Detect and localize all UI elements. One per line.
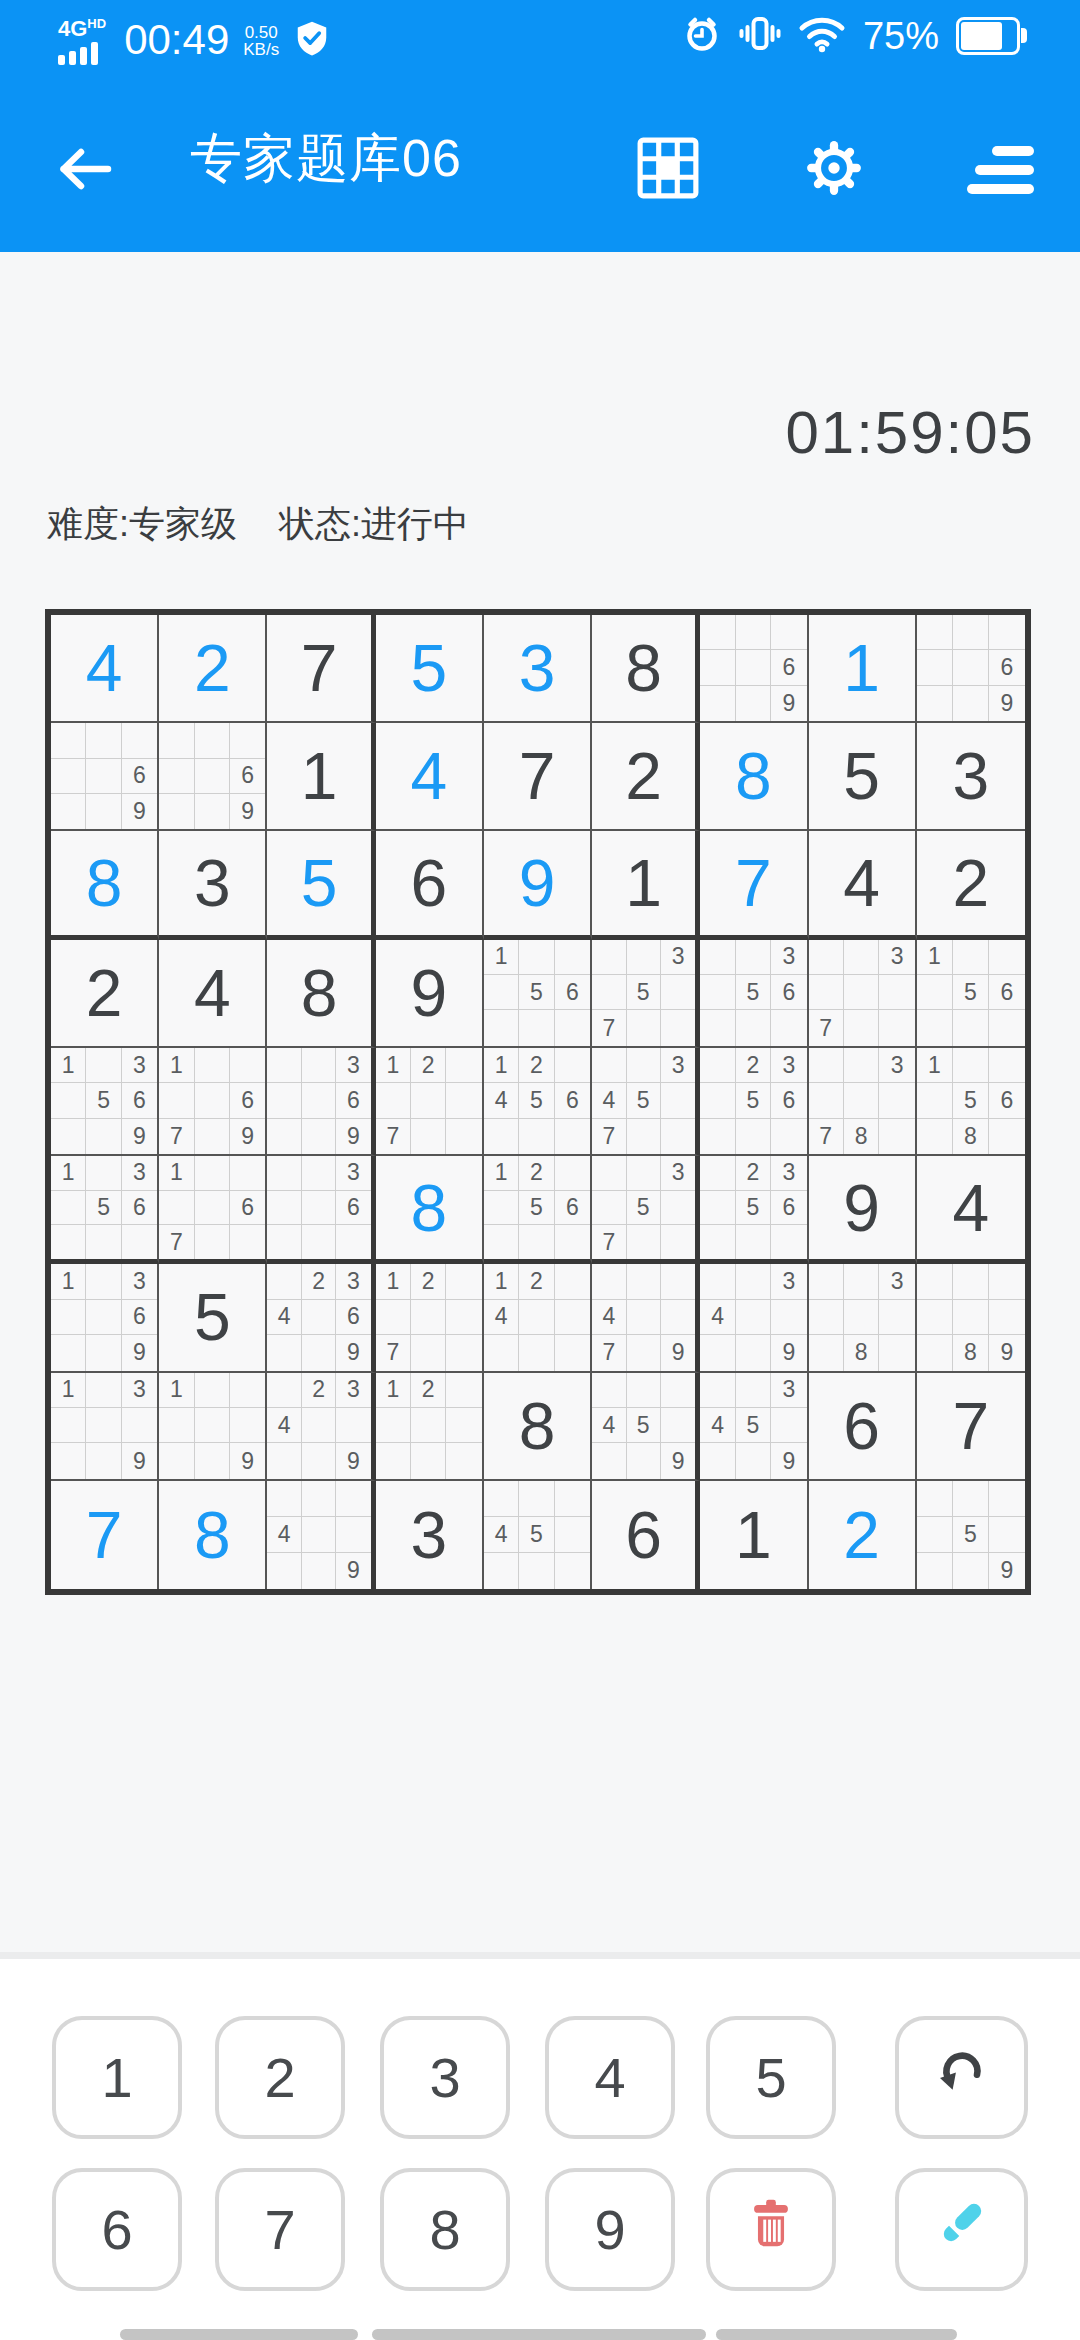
pencil-notes: 69 <box>51 723 157 829</box>
note-1 <box>592 1048 626 1083</box>
cell-r3c5[interactable]: 9 <box>484 831 592 939</box>
cell-r3c9[interactable]: 2 <box>917 831 1025 939</box>
cell-r6c3[interactable]: 36 <box>267 1156 375 1264</box>
cell-r8c8[interactable]: 6 <box>809 1373 917 1481</box>
key-5[interactable]: 5 <box>706 2016 836 2139</box>
pencil-notes: 2356 <box>700 1156 806 1259</box>
note-2 <box>195 1048 230 1083</box>
user-digit: 4 <box>410 738 447 814</box>
cell-r4c4[interactable]: 9 <box>376 940 484 1048</box>
cell-r5c9[interactable]: 1568 <box>917 1048 1025 1156</box>
note-8 <box>411 1335 446 1370</box>
cell-r9c5[interactable]: 45 <box>484 1481 592 1589</box>
cell-r4c3[interactable]: 8 <box>267 940 375 1048</box>
key-1[interactable]: 1 <box>52 2016 182 2139</box>
nav-bar-right[interactable] <box>716 2329 957 2340</box>
note-9: 9 <box>230 1119 265 1154</box>
note-8 <box>302 1119 336 1154</box>
pencil-notes: 349 <box>700 1264 806 1370</box>
cell-r7c7[interactable]: 349 <box>700 1264 808 1372</box>
note-6 <box>661 1300 695 1335</box>
cell-r6c1[interactable]: 1356 <box>51 1156 159 1264</box>
note-7 <box>267 1335 301 1370</box>
cell-r4c9[interactable]: 156 <box>917 940 1025 1048</box>
cell-r9c6[interactable]: 6 <box>592 1481 700 1589</box>
cell-r5c8[interactable]: 378 <box>809 1048 917 1156</box>
note-1 <box>809 1048 844 1083</box>
cell-r8c7[interactable]: 3459 <box>700 1373 808 1481</box>
note-4 <box>917 975 953 1010</box>
note-3 <box>661 1373 695 1408</box>
network-type-label: 4G <box>58 16 87 41</box>
cell-r2c5[interactable]: 7 <box>484 723 592 831</box>
note-1 <box>700 615 735 650</box>
given-digit: 2 <box>625 738 662 814</box>
note-2 <box>953 1481 989 1517</box>
cellular-signal-icon: 4GHD <box>58 14 106 65</box>
nav-bar-left[interactable] <box>120 2329 358 2340</box>
cell-r6c2[interactable]: 167 <box>159 1156 267 1264</box>
given-digit: 3 <box>194 845 231 921</box>
cell-r7c8[interactable]: 38 <box>809 1264 917 1372</box>
note-2 <box>844 1048 879 1083</box>
cell-r4c2[interactable]: 4 <box>159 940 267 1048</box>
user-digit: 1 <box>843 630 880 706</box>
note-8 <box>627 1225 661 1259</box>
note-8 <box>627 1010 661 1045</box>
note-8 <box>86 1443 121 1478</box>
cell-r8c1[interactable]: 139 <box>51 1373 159 1481</box>
note-9 <box>230 1225 265 1259</box>
note-2 <box>302 1481 336 1517</box>
given-digit: 9 <box>410 955 447 1031</box>
note-9 <box>989 1010 1025 1045</box>
battery-icon <box>956 17 1020 55</box>
cell-r4c6[interactable]: 357 <box>592 940 700 1048</box>
note-9 <box>446 1443 481 1478</box>
cell-r6c4[interactable]: 8 <box>376 1156 484 1264</box>
note-3 <box>336 1481 370 1517</box>
note-5 <box>953 650 989 685</box>
cell-r5c2[interactable]: 1679 <box>159 1048 267 1156</box>
cell-r5c6[interactable]: 3457 <box>592 1048 700 1156</box>
cell-r2c1[interactable]: 69 <box>51 723 159 831</box>
note-6 <box>661 1191 695 1225</box>
note-4 <box>376 1408 411 1443</box>
note-8 <box>519 1335 554 1370</box>
cell-r3c2[interactable]: 3 <box>159 831 267 939</box>
cell-r1c8[interactable]: 1 <box>809 615 917 723</box>
note-2 <box>627 1048 661 1083</box>
note-8 <box>86 1335 121 1370</box>
nav-bar-center[interactable] <box>372 2329 706 2340</box>
user-digit: 7 <box>86 1497 123 1573</box>
cell-r2c6[interactable]: 2 <box>592 723 700 831</box>
note-3 <box>122 723 157 758</box>
given-digit: 5 <box>843 738 880 814</box>
cell-r3c4[interactable]: 6 <box>376 831 484 939</box>
page-title: 专家题库06 <box>190 124 462 194</box>
note-3 <box>771 615 806 650</box>
user-digit: 2 <box>843 1497 880 1573</box>
note-8 <box>953 686 989 721</box>
note-6 <box>555 1517 590 1553</box>
cell-r9c2[interactable]: 8 <box>159 1481 267 1589</box>
note-2 <box>953 615 989 650</box>
cell-r1c4[interactable]: 5 <box>376 615 484 723</box>
note-5 <box>302 1300 336 1335</box>
note-5 <box>519 1300 554 1335</box>
given-digit: 5 <box>194 1279 231 1355</box>
given-digit: 7 <box>519 738 556 814</box>
note-6: 6 <box>989 1083 1025 1118</box>
cell-r8c3[interactable]: 2349 <box>267 1373 375 1481</box>
cell-r3c1[interactable]: 8 <box>51 831 159 939</box>
note-6: 6 <box>771 650 806 685</box>
note-5: 5 <box>736 1191 771 1225</box>
cell-r3c7[interactable]: 7 <box>700 831 808 939</box>
note-9: 9 <box>989 686 1025 721</box>
note-4 <box>700 650 735 685</box>
note-2 <box>627 1156 661 1190</box>
cell-r5c3[interactable]: 369 <box>267 1048 375 1156</box>
cell-r7c9[interactable]: 89 <box>917 1264 1025 1372</box>
note-7 <box>917 1119 953 1154</box>
key-8[interactable]: 8 <box>380 2168 510 2291</box>
note-8 <box>519 1119 554 1154</box>
cell-r1c3[interactable]: 7 <box>267 615 375 723</box>
note-5 <box>411 1083 446 1118</box>
given-digit: 1 <box>735 1497 772 1573</box>
keypad-divider <box>0 1952 1080 1959</box>
cell-r7c1[interactable]: 1369 <box>51 1264 159 1372</box>
pencil-notes: 89 <box>917 1264 1025 1370</box>
difficulty-label: 难度:专家级 <box>47 503 237 544</box>
given-digit: 1 <box>625 845 662 921</box>
note-5: 5 <box>627 1083 661 1118</box>
key-3[interactable]: 3 <box>380 2016 510 2139</box>
note-6: 6 <box>230 759 265 794</box>
note-7 <box>51 1225 86 1259</box>
key-2[interactable]: 2 <box>215 2016 345 2139</box>
user-digit: 8 <box>194 1497 231 1573</box>
status-bar: 4GHD 00:49 0.50KB/s <box>0 0 1080 88</box>
cell-r2c8[interactable]: 5 <box>809 723 917 831</box>
note-2: 2 <box>411 1264 446 1299</box>
cell-r3c3[interactable]: 5 <box>267 831 375 939</box>
cell-r6c9[interactable]: 4 <box>917 1156 1025 1264</box>
note-9: 9 <box>989 1553 1025 1589</box>
cell-r9c9[interactable]: 59 <box>917 1481 1025 1589</box>
note-1: 1 <box>159 1048 194 1083</box>
note-3: 3 <box>879 940 914 975</box>
cell-r6c8[interactable]: 9 <box>809 1156 917 1264</box>
pencil-notes: 479 <box>592 1264 695 1370</box>
cell-r4c5[interactable]: 156 <box>484 940 592 1048</box>
note-1 <box>267 1481 301 1517</box>
delete-button[interactable] <box>706 2168 836 2291</box>
battery-percent-label: 75% <box>863 15 939 58</box>
note-5: 5 <box>736 1083 771 1118</box>
note-1 <box>592 1156 626 1190</box>
note-2 <box>627 1373 661 1408</box>
pencil-notes: 357 <box>592 940 695 1046</box>
note-5 <box>627 1300 661 1335</box>
note-1: 1 <box>917 940 953 975</box>
note-3: 3 <box>879 1048 914 1083</box>
cell-r5c7[interactable]: 2356 <box>700 1048 808 1156</box>
note-6: 6 <box>555 975 590 1010</box>
note-4 <box>809 975 844 1010</box>
cell-r8c4[interactable]: 12 <box>376 1373 484 1481</box>
note-2: 2 <box>736 1048 771 1083</box>
note-4 <box>159 1191 194 1225</box>
note-8: 8 <box>953 1335 989 1370</box>
note-6: 6 <box>230 1083 265 1118</box>
note-1 <box>267 1156 301 1190</box>
cell-r7c4[interactable]: 127 <box>376 1264 484 1372</box>
note-9 <box>879 1010 914 1045</box>
given-digit: 2 <box>86 955 123 1031</box>
note-6 <box>661 1408 695 1443</box>
cell-r1c7[interactable]: 69 <box>700 615 808 723</box>
cell-r6c5[interactable]: 1256 <box>484 1156 592 1264</box>
cell-r6c6[interactable]: 357 <box>592 1156 700 1264</box>
note-5: 5 <box>627 975 661 1010</box>
pencil-notes: 59 <box>917 1481 1025 1589</box>
pencil-notes: 357 <box>592 1156 695 1259</box>
key-6[interactable]: 6 <box>52 2168 182 2291</box>
cell-r2c2[interactable]: 69 <box>159 723 267 831</box>
sudoku-board: 4275386916969691472853835691742248915635… <box>45 609 1031 1595</box>
given-digit: 4 <box>953 1170 990 1246</box>
cell-r2c7[interactable]: 8 <box>700 723 808 831</box>
note-6 <box>879 975 914 1010</box>
note-9: 9 <box>230 1443 265 1478</box>
note-4 <box>809 1300 844 1335</box>
note-1: 1 <box>484 940 519 975</box>
note-6 <box>122 1408 157 1443</box>
note-1 <box>51 723 86 758</box>
note-8 <box>195 1225 230 1259</box>
note-3: 3 <box>771 1048 806 1083</box>
user-digit: 5 <box>301 845 338 921</box>
cell-r1c2[interactable]: 2 <box>159 615 267 723</box>
note-1 <box>700 940 735 975</box>
note-9 <box>661 1225 695 1259</box>
undo-icon <box>932 2041 992 2114</box>
note-6 <box>989 1300 1025 1335</box>
game-info-line: 难度:专家级状态:进行中 <box>47 500 511 549</box>
note-9: 9 <box>771 686 806 721</box>
cell-r1c1[interactable]: 4 <box>51 615 159 723</box>
note-4 <box>159 759 194 794</box>
cell-r9c3[interactable]: 49 <box>267 1481 375 1589</box>
note-2 <box>195 1156 230 1190</box>
trash-icon <box>742 2194 800 2265</box>
note-5: 5 <box>953 975 989 1010</box>
note-5 <box>195 759 230 794</box>
note-7: 7 <box>809 1119 844 1154</box>
cell-r2c4[interactable]: 4 <box>376 723 484 831</box>
alarm-icon <box>682 14 722 58</box>
user-digit: 7 <box>735 845 772 921</box>
note-7 <box>484 1553 519 1589</box>
note-5: 5 <box>519 1517 554 1553</box>
note-6: 6 <box>122 759 157 794</box>
note-4: 4 <box>267 1408 301 1443</box>
note-8 <box>736 1225 771 1259</box>
note-7 <box>700 1335 735 1370</box>
cell-r7c3[interactable]: 23469 <box>267 1264 375 1372</box>
note-9: 9 <box>661 1443 695 1478</box>
note-1: 1 <box>51 1373 86 1408</box>
note-1: 1 <box>376 1264 411 1299</box>
cell-r9c4[interactable]: 3 <box>376 1481 484 1589</box>
note-8 <box>627 1119 661 1154</box>
note-2 <box>519 1481 554 1517</box>
back-button[interactable] <box>56 146 114 196</box>
note-6 <box>661 975 695 1010</box>
note-1 <box>592 940 626 975</box>
menu-icon[interactable] <box>966 144 1034 200</box>
note-1: 1 <box>51 1264 86 1299</box>
cell-r7c2[interactable]: 5 <box>159 1264 267 1372</box>
key-4[interactable]: 4 <box>545 2016 675 2139</box>
pencil-notes: 156 <box>484 940 590 1046</box>
given-digit: 4 <box>194 955 231 1031</box>
note-9 <box>879 1119 914 1154</box>
pencil-notes: 2356 <box>700 1048 806 1154</box>
note-1 <box>267 1264 301 1299</box>
note-2 <box>86 1156 121 1190</box>
note-3 <box>446 1264 481 1299</box>
note-2 <box>86 723 121 758</box>
note-2 <box>195 723 230 758</box>
note-1 <box>809 1264 844 1299</box>
undo-button[interactable] <box>895 2016 1028 2139</box>
cell-r1c5[interactable]: 3 <box>484 615 592 723</box>
board-grid-icon[interactable] <box>636 136 700 204</box>
note-7: 7 <box>592 1010 626 1045</box>
note-6 <box>230 1408 265 1443</box>
pencil-notes: 124 <box>484 1264 590 1370</box>
note-8 <box>302 1335 336 1370</box>
note-5 <box>736 650 771 685</box>
note-3 <box>989 1481 1025 1517</box>
note-9 <box>879 1335 914 1370</box>
note-5: 5 <box>86 1191 121 1225</box>
note-5 <box>953 1300 989 1335</box>
cell-r1c6[interactable]: 8 <box>592 615 700 723</box>
cell-r5c4[interactable]: 127 <box>376 1048 484 1156</box>
note-3 <box>661 1264 695 1299</box>
note-3: 3 <box>771 1373 806 1408</box>
note-5: 5 <box>627 1408 661 1443</box>
note-6 <box>879 1300 914 1335</box>
cell-r8c9[interactable]: 7 <box>917 1373 1025 1481</box>
cell-r5c1[interactable]: 13569 <box>51 1048 159 1156</box>
cell-r8c5[interactable]: 8 <box>484 1373 592 1481</box>
note-7 <box>917 1335 953 1370</box>
cell-r1c9[interactable]: 69 <box>917 615 1025 723</box>
pencil-notes: 19 <box>159 1373 265 1479</box>
cell-r3c8[interactable]: 4 <box>809 831 917 939</box>
note-6: 6 <box>555 1083 590 1118</box>
key-9[interactable]: 9 <box>545 2168 675 2291</box>
note-6: 6 <box>989 975 1025 1010</box>
note-9 <box>989 1119 1025 1154</box>
note-1: 1 <box>159 1156 194 1190</box>
note-6 <box>879 1083 914 1118</box>
pencil-button[interactable] <box>895 2168 1028 2291</box>
cell-r5c5[interactable]: 12456 <box>484 1048 592 1156</box>
note-1 <box>592 1373 626 1408</box>
note-3 <box>446 1048 481 1083</box>
given-digit: 7 <box>953 1388 990 1464</box>
note-7 <box>484 1225 519 1259</box>
note-9 <box>446 1335 481 1370</box>
note-6 <box>989 1517 1025 1553</box>
note-2 <box>627 1264 661 1299</box>
pencil-notes: 139 <box>51 1373 157 1479</box>
pencil-notes: 127 <box>376 1264 482 1370</box>
cell-r6c7[interactable]: 2356 <box>700 1156 808 1264</box>
note-8 <box>519 1225 554 1259</box>
note-5 <box>86 1300 121 1335</box>
cell-r8c2[interactable]: 19 <box>159 1373 267 1481</box>
note-7 <box>267 1553 301 1589</box>
cell-r2c3[interactable]: 1 <box>267 723 375 831</box>
cell-r2c9[interactable]: 3 <box>917 723 1025 831</box>
note-3: 3 <box>336 1156 370 1190</box>
note-2 <box>86 1048 121 1083</box>
cell-r4c8[interactable]: 37 <box>809 940 917 1048</box>
key-7[interactable]: 7 <box>215 2168 345 2291</box>
given-digit: 3 <box>410 1497 447 1573</box>
note-4 <box>159 1408 194 1443</box>
note-4 <box>700 975 735 1010</box>
note-7 <box>700 1010 735 1045</box>
cell-r7c6[interactable]: 479 <box>592 1264 700 1372</box>
nav-hint-bars <box>0 2329 1080 2340</box>
note-7 <box>917 1010 953 1045</box>
note-3 <box>555 1481 590 1517</box>
note-3: 3 <box>336 1264 370 1299</box>
cell-r9c7[interactable]: 1 <box>700 1481 808 1589</box>
cell-r4c7[interactable]: 356 <box>700 940 808 1048</box>
note-5 <box>411 1408 446 1443</box>
pencil-notes: 156 <box>917 940 1025 1046</box>
note-7 <box>159 1443 194 1478</box>
cell-r8c6[interactable]: 459 <box>592 1373 700 1481</box>
cell-r4c1[interactable]: 2 <box>51 940 159 1048</box>
note-1 <box>267 1373 301 1408</box>
game-timer: 01:59:05 <box>785 398 1035 467</box>
cell-r7c5[interactable]: 124 <box>484 1264 592 1372</box>
pencil-notes: 12 <box>376 1373 482 1479</box>
note-6: 6 <box>122 1191 157 1225</box>
user-digit: 8 <box>735 738 772 814</box>
note-3: 3 <box>661 1156 695 1190</box>
cell-r9c8[interactable]: 2 <box>809 1481 917 1589</box>
pencil-notes: 1369 <box>51 1264 157 1370</box>
note-9 <box>446 1119 481 1154</box>
settings-gear-icon[interactable] <box>804 138 864 202</box>
note-7 <box>51 1119 86 1154</box>
cell-r9c1[interactable]: 7 <box>51 1481 159 1589</box>
cell-r3c6[interactable]: 1 <box>592 831 700 939</box>
